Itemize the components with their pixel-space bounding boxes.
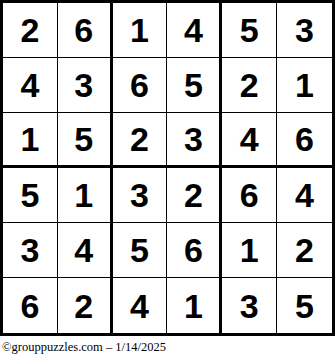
grid-cell-r5c4: 6 <box>167 223 222 278</box>
copyright-text: ©grouppuzzles.com – 1/14/2025 <box>2 337 166 357</box>
grid-cell-r6c3: 4 <box>113 278 168 333</box>
grid-cell-r3c4: 3 <box>167 113 222 168</box>
grid-cell-r1c3: 1 <box>113 3 168 58</box>
grid-cell-r2c5: 2 <box>222 58 277 113</box>
grid-cell-r2c2: 3 <box>58 58 113 113</box>
grid-cell-r1c2: 6 <box>58 3 113 58</box>
grid-cell-r5c1: 3 <box>3 223 58 278</box>
grid-cell-r4c4: 2 <box>167 168 222 223</box>
sudoku-page: 261453436521152346513264345612624135 ©gr… <box>0 0 335 357</box>
grid-cell-r4c3: 3 <box>113 168 168 223</box>
grid-cell-r4c1: 5 <box>3 168 58 223</box>
grid-cell-r3c6: 6 <box>277 113 332 168</box>
grid-cell-r6c6: 5 <box>277 278 332 333</box>
grid-cell-r3c3: 2 <box>113 113 168 168</box>
grid-cell-r1c4: 4 <box>167 3 222 58</box>
grid-cell-r2c3: 6 <box>113 58 168 113</box>
grid-cell-r6c5: 3 <box>222 278 277 333</box>
grid-cell-r1c6: 3 <box>277 3 332 58</box>
sudoku-board: 261453436521152346513264345612624135 <box>0 0 335 336</box>
grid-cell-r5c2: 4 <box>58 223 113 278</box>
grid-cell-r6c4: 1 <box>167 278 222 333</box>
grid-cell-r1c1: 2 <box>3 3 58 58</box>
grid-cell-r1c5: 5 <box>222 3 277 58</box>
grid-cell-r3c1: 1 <box>3 113 58 168</box>
grid-cell-r2c4: 5 <box>167 58 222 113</box>
grid-cell-r5c6: 2 <box>277 223 332 278</box>
grid-cell-r2c1: 4 <box>3 58 58 113</box>
grid-cell-r4c2: 1 <box>58 168 113 223</box>
grid-cell-r6c1: 6 <box>3 278 58 333</box>
grid-cell-r5c5: 1 <box>222 223 277 278</box>
grid-cell-r4c6: 4 <box>277 168 332 223</box>
grid-cell-r4c5: 6 <box>222 168 277 223</box>
grid-cell-r3c5: 4 <box>222 113 277 168</box>
grid-cell-r6c2: 2 <box>58 278 113 333</box>
grid-cell-r3c2: 5 <box>58 113 113 168</box>
grid-cell-r5c3: 5 <box>113 223 168 278</box>
grid-cell-r2c6: 1 <box>277 58 332 113</box>
